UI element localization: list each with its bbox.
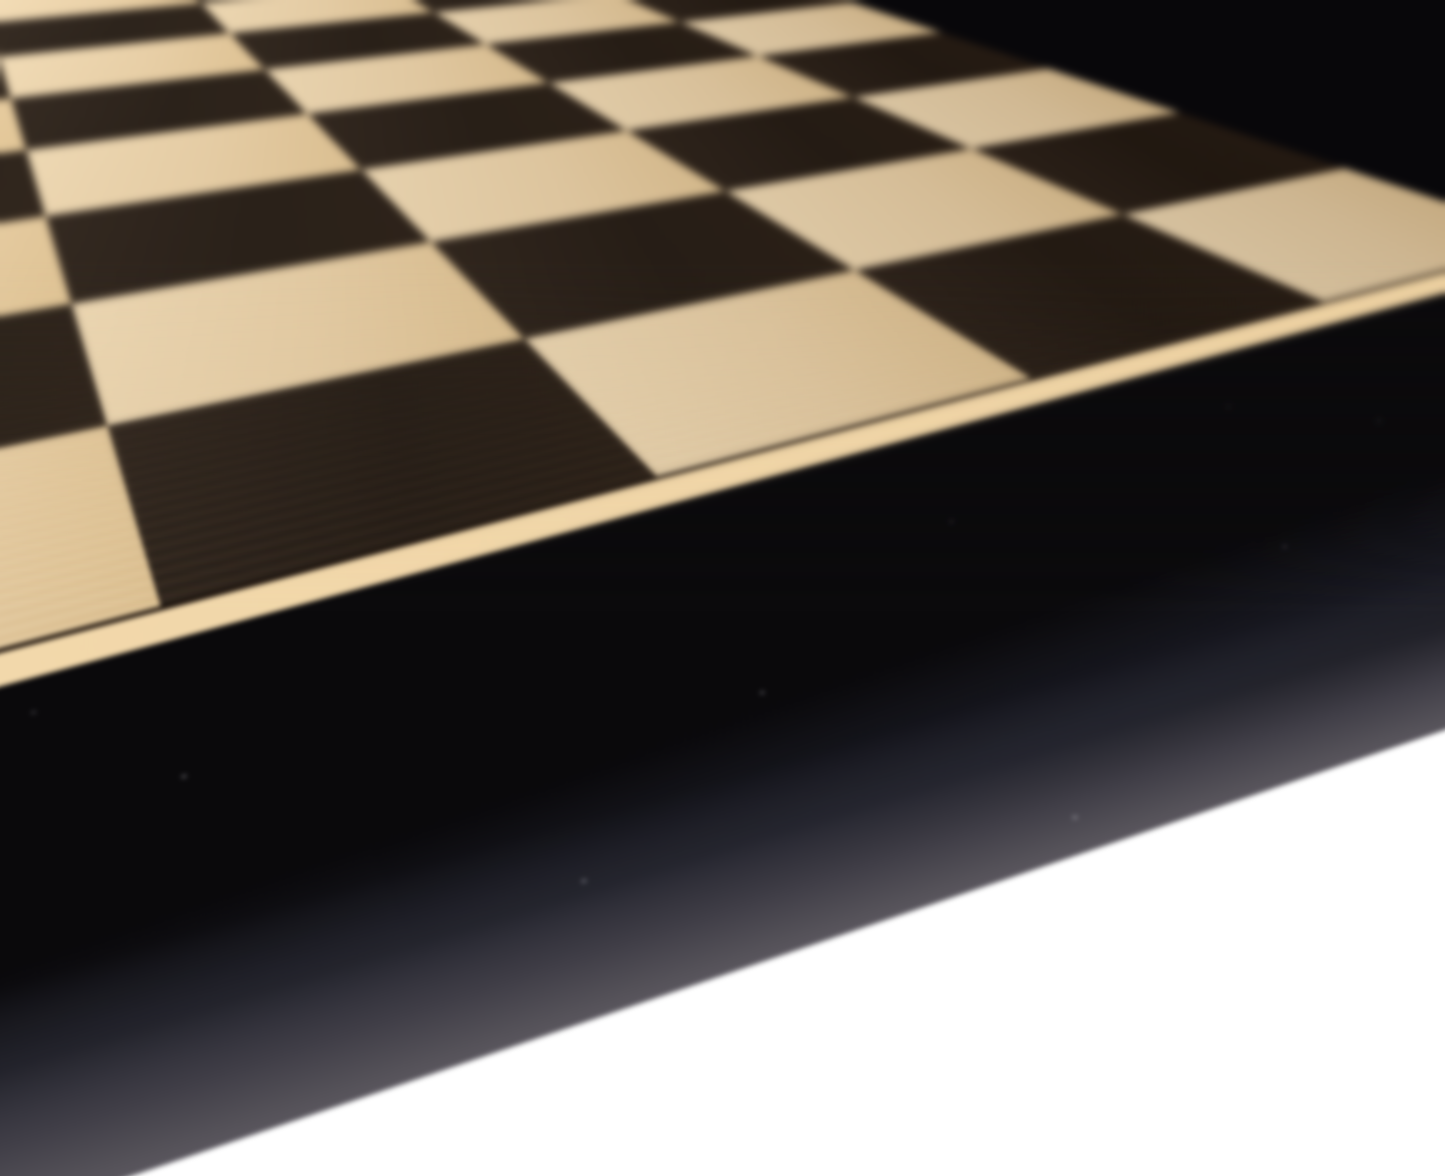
square-e2 <box>72 242 525 426</box>
square-e1 <box>107 339 656 606</box>
square-d2 <box>0 304 107 539</box>
product-photo <box>0 0 1445 1176</box>
square-f1 <box>524 270 1030 476</box>
square-d3 <box>0 216 72 381</box>
square-g1 <box>855 214 1323 378</box>
chess-board <box>0 0 1445 238</box>
square-d1 <box>0 426 161 787</box>
photo-blur-wrapper <box>0 0 1445 1176</box>
board-squares <box>0 0 1445 1176</box>
